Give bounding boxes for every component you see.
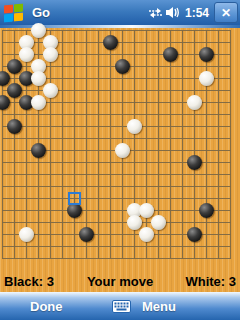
stone-white[interactable]: [115, 143, 130, 158]
stone-black[interactable]: [199, 203, 214, 218]
selection-cursor[interactable]: [68, 192, 81, 205]
go-board[interactable]: [0, 28, 240, 270]
stone-white[interactable]: [31, 95, 46, 110]
stone-black[interactable]: [7, 119, 22, 134]
grid-line-v: [182, 30, 183, 259]
grid-line-v: [2, 30, 3, 259]
grid-line-h: [2, 138, 231, 139]
stone-black[interactable]: [79, 227, 94, 242]
pocketpc-screen: Go 1:54 ✕ Black: 3 Your move: [0, 0, 240, 320]
stone-black[interactable]: [7, 59, 22, 74]
grid-line-v: [110, 30, 111, 259]
stone-white[interactable]: [199, 71, 214, 86]
grid-line-h: [2, 186, 231, 187]
grid-line-h: [2, 246, 231, 247]
grid-line-h: [2, 210, 231, 211]
keyboard-icon[interactable]: [112, 300, 131, 313]
grid-line-v: [86, 30, 87, 259]
stone-black[interactable]: [0, 95, 10, 110]
stone-white[interactable]: [187, 95, 202, 110]
white-score: White: 3: [164, 274, 236, 289]
stone-black[interactable]: [67, 203, 82, 218]
goban-panel: Black: 3 Your move White: 3: [0, 28, 240, 292]
done-button[interactable]: Done: [30, 299, 100, 314]
stone-white[interactable]: [127, 119, 142, 134]
stone-white[interactable]: [139, 227, 154, 242]
grid-line-v: [170, 30, 171, 259]
grid-line-h: [2, 114, 231, 115]
stone-white[interactable]: [43, 47, 58, 62]
stone-black[interactable]: [187, 155, 202, 170]
grid-line-v: [98, 30, 99, 259]
black-score: Black: 3: [4, 274, 76, 289]
grid-line-h: [2, 198, 231, 199]
stone-white[interactable]: [31, 23, 46, 38]
stone-black[interactable]: [163, 47, 178, 62]
grid-line-v: [26, 30, 27, 259]
grid-line-h: [2, 258, 231, 259]
softkey-bar: Done Menu: [0, 292, 240, 320]
grid-line-v: [74, 30, 75, 259]
stone-white[interactable]: [31, 71, 46, 86]
grid-line-v: [218, 30, 219, 259]
stone-white[interactable]: [139, 203, 154, 218]
grid-line-v: [146, 30, 147, 259]
grid-line-h: [2, 54, 231, 55]
stone-white[interactable]: [43, 83, 58, 98]
volume-icon[interactable]: [166, 6, 180, 19]
close-button[interactable]: ✕: [214, 2, 238, 23]
grid-line-h: [2, 90, 231, 91]
grid-line-v: [230, 30, 231, 259]
grid-line-v: [206, 30, 207, 259]
grid-line-h: [2, 222, 231, 223]
stone-white[interactable]: [19, 227, 34, 242]
stone-black[interactable]: [31, 143, 46, 158]
menu-button[interactable]: Menu: [142, 299, 212, 314]
stone-black[interactable]: [115, 59, 130, 74]
stone-black[interactable]: [187, 227, 202, 242]
turn-indicator: Your move: [76, 274, 164, 289]
title-bar: Go 1:54 ✕: [0, 0, 240, 25]
grid-line-v: [62, 30, 63, 259]
stone-white[interactable]: [151, 215, 166, 230]
grid-line-v: [194, 30, 195, 259]
stone-white[interactable]: [19, 47, 34, 62]
stone-black[interactable]: [7, 83, 22, 98]
window-title: Go: [32, 5, 148, 20]
stone-black[interactable]: [0, 71, 10, 86]
stone-black[interactable]: [199, 47, 214, 62]
windows-start-icon[interactable]: [3, 3, 24, 22]
grid-line-h: [2, 126, 231, 127]
stone-white[interactable]: [127, 215, 142, 230]
grid-line-v: [50, 30, 51, 259]
clock[interactable]: 1:54: [185, 6, 209, 20]
connectivity-icon[interactable]: [148, 7, 163, 19]
status-row: Black: 3 Your move White: 3: [0, 270, 240, 292]
stone-black[interactable]: [103, 35, 118, 50]
grid-line-h: [2, 174, 231, 175]
